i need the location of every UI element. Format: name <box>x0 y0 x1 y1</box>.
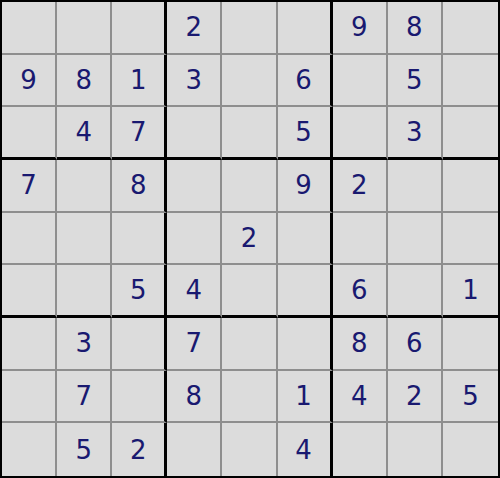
cell-r2c7[interactable] <box>333 55 388 108</box>
cell-r1c7[interactable]: 9 <box>333 2 388 55</box>
cell-r6c1[interactable] <box>2 265 57 318</box>
cell-r6c3[interactable]: 5 <box>112 265 167 318</box>
cell-r9c1[interactable] <box>2 423 57 476</box>
cell-r5c1[interactable] <box>2 213 57 266</box>
cell-r8c4[interactable]: 8 <box>167 371 222 424</box>
cell-r4c3[interactable]: 8 <box>112 160 167 213</box>
cell-r9c3[interactable]: 2 <box>112 423 167 476</box>
cell-r9c6[interactable]: 4 <box>278 423 333 476</box>
cell-r6c7[interactable]: 6 <box>333 265 388 318</box>
cell-r8c8[interactable]: 2 <box>388 371 443 424</box>
cell-r1c4[interactable]: 2 <box>167 2 222 55</box>
cell-r2c1[interactable]: 9 <box>2 55 57 108</box>
cell-r8c9[interactable]: 5 <box>443 371 498 424</box>
cell-r7c4[interactable]: 7 <box>167 318 222 371</box>
cell-r8c3[interactable] <box>112 371 167 424</box>
cell-r3c1[interactable] <box>2 107 57 160</box>
cell-r8c2[interactable]: 7 <box>57 371 112 424</box>
cell-r5c7[interactable] <box>333 213 388 266</box>
cell-r2c8[interactable]: 5 <box>388 55 443 108</box>
cell-r9c9[interactable] <box>443 423 498 476</box>
cell-r9c8[interactable] <box>388 423 443 476</box>
cell-r6c4[interactable]: 4 <box>167 265 222 318</box>
cell-r3c7[interactable] <box>333 107 388 160</box>
cell-r1c1[interactable] <box>2 2 57 55</box>
cell-r5c2[interactable] <box>57 213 112 266</box>
cell-r1c8[interactable]: 8 <box>388 2 443 55</box>
cell-r9c4[interactable] <box>167 423 222 476</box>
cell-r3c3[interactable]: 7 <box>112 107 167 160</box>
cell-r2c4[interactable]: 3 <box>167 55 222 108</box>
cell-r1c6[interactable] <box>278 2 333 55</box>
cell-r1c5[interactable] <box>222 2 277 55</box>
cell-r4c4[interactable] <box>167 160 222 213</box>
cell-r3c2[interactable]: 4 <box>57 107 112 160</box>
cell-r5c3[interactable] <box>112 213 167 266</box>
cell-r2c9[interactable] <box>443 55 498 108</box>
cell-r3c4[interactable] <box>167 107 222 160</box>
cell-r4c2[interactable] <box>57 160 112 213</box>
cell-r7c3[interactable] <box>112 318 167 371</box>
cell-r5c6[interactable] <box>278 213 333 266</box>
cell-r8c5[interactable] <box>222 371 277 424</box>
cell-r9c7[interactable] <box>333 423 388 476</box>
cell-r4c7[interactable]: 2 <box>333 160 388 213</box>
cell-r6c9[interactable]: 1 <box>443 265 498 318</box>
cell-r7c1[interactable] <box>2 318 57 371</box>
cell-r9c2[interactable]: 5 <box>57 423 112 476</box>
cell-r4c6[interactable]: 9 <box>278 160 333 213</box>
cell-r2c5[interactable] <box>222 55 277 108</box>
cell-r4c5[interactable] <box>222 160 277 213</box>
cell-r2c2[interactable]: 8 <box>57 55 112 108</box>
cell-r1c9[interactable] <box>443 2 498 55</box>
cell-r7c8[interactable]: 6 <box>388 318 443 371</box>
cell-r5c8[interactable] <box>388 213 443 266</box>
cell-r4c9[interactable] <box>443 160 498 213</box>
cell-r2c3[interactable]: 1 <box>112 55 167 108</box>
cell-r9c5[interactable] <box>222 423 277 476</box>
cell-r5c4[interactable] <box>167 213 222 266</box>
cell-r6c8[interactable] <box>388 265 443 318</box>
cell-r7c7[interactable]: 8 <box>333 318 388 371</box>
cell-r4c8[interactable] <box>388 160 443 213</box>
cell-r4c1[interactable]: 7 <box>2 160 57 213</box>
cell-r3c6[interactable]: 5 <box>278 107 333 160</box>
cell-r6c2[interactable] <box>57 265 112 318</box>
cell-r6c5[interactable] <box>222 265 277 318</box>
cell-r7c2[interactable]: 3 <box>57 318 112 371</box>
cell-r3c8[interactable]: 3 <box>388 107 443 160</box>
cell-r7c6[interactable] <box>278 318 333 371</box>
cell-r8c7[interactable]: 4 <box>333 371 388 424</box>
cell-r1c2[interactable] <box>57 2 112 55</box>
cell-r1c3[interactable] <box>112 2 167 55</box>
cell-r5c9[interactable] <box>443 213 498 266</box>
cell-r8c1[interactable] <box>2 371 57 424</box>
cell-r7c9[interactable] <box>443 318 498 371</box>
cell-r2c6[interactable]: 6 <box>278 55 333 108</box>
cell-r6c6[interactable] <box>278 265 333 318</box>
cell-r7c5[interactable] <box>222 318 277 371</box>
cell-r8c6[interactable]: 1 <box>278 371 333 424</box>
sudoku-board: 29898136547537892254613786781425524 <box>0 0 500 478</box>
cell-r3c5[interactable] <box>222 107 277 160</box>
cell-r5c5[interactable]: 2 <box>222 213 277 266</box>
cell-r3c9[interactable] <box>443 107 498 160</box>
